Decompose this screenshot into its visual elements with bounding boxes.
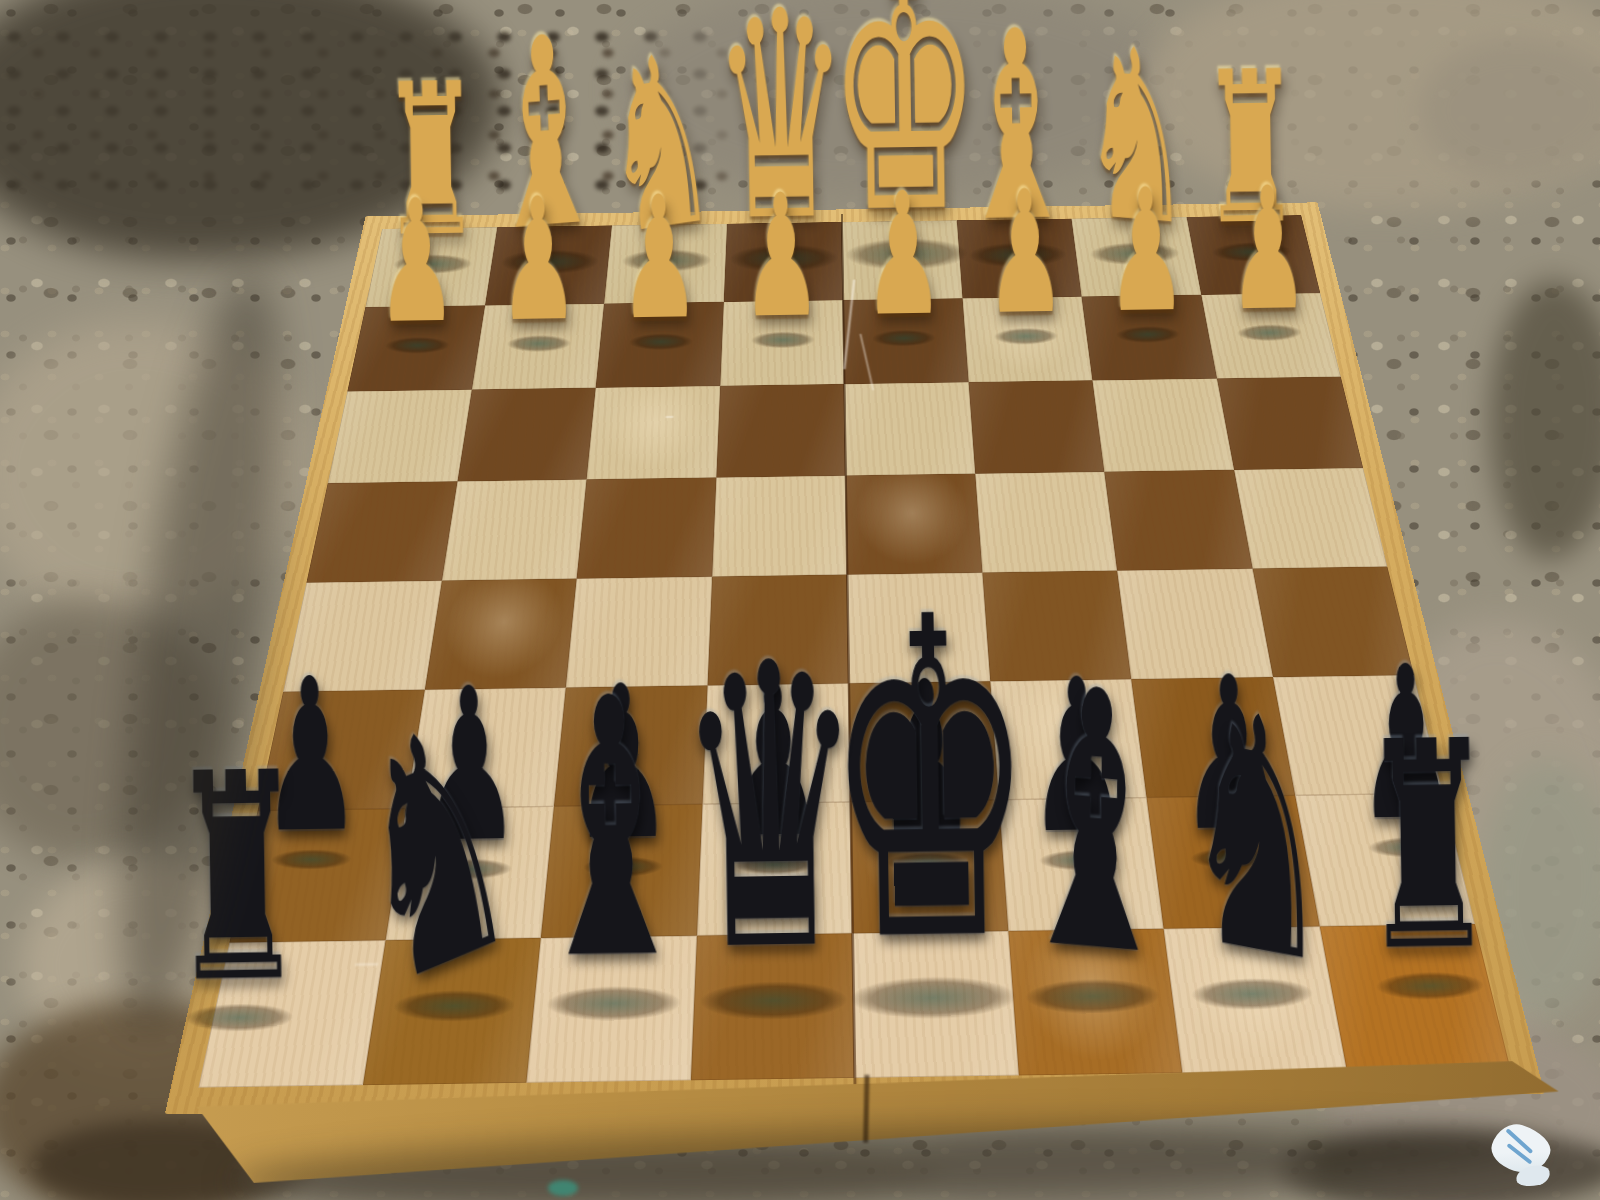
chess-piece-black-knight[interactable]: ♞	[1177, 664, 1342, 1012]
felt-scrap	[548, 1180, 578, 1196]
chess-piece-white-pawn[interactable]: ♟	[618, 174, 701, 344]
board-square[interactable]	[968, 380, 1104, 473]
board-square[interactable]	[844, 382, 975, 475]
board-square[interactable]	[1092, 379, 1233, 472]
board-square[interactable]	[306, 481, 457, 583]
paper-scrap-mark	[1505, 1128, 1533, 1154]
chess-piece-black-rook[interactable]: ♜	[1358, 703, 1498, 990]
chess-piece-white-pawn[interactable]: ♟	[862, 170, 945, 340]
scene: { "game": "chess", "scene_description": …	[0, 0, 1600, 1200]
photo-stage: ♚♜♞♝♛♞♝♜♟♟♟♟♟♟♟♟♟♟♟♟♟♟♟♟♜♞♝♚♛♝♞♜	[0, 0, 1600, 1200]
chess-piece-white-pawn[interactable]: ♟	[1105, 167, 1188, 337]
board-square[interactable]	[1234, 468, 1388, 569]
chess-piece-black-bishop[interactable]: ♝	[524, 651, 698, 1009]
board-square[interactable]	[577, 477, 716, 578]
board-square[interactable]	[442, 479, 587, 580]
chess-piece-white-pawn[interactable]: ♟	[496, 176, 579, 346]
board-square[interactable]	[716, 384, 845, 477]
chess-piece-white-pawn[interactable]: ♟	[375, 178, 458, 348]
board-square[interactable]	[457, 388, 596, 481]
scuff-mark	[666, 416, 674, 418]
chess-piece-white-pawn[interactable]: ♟	[740, 172, 823, 342]
board-square[interactable]	[1217, 377, 1363, 470]
chess-piece-white-pawn[interactable]: ♟	[1227, 165, 1310, 335]
board-square[interactable]	[328, 390, 472, 483]
board-square[interactable]	[587, 386, 720, 479]
board-square[interactable]	[1104, 470, 1252, 571]
chess-piece-white-pawn[interactable]: ♟	[983, 169, 1066, 339]
chess-piece-black-queen[interactable]: ♛	[675, 612, 866, 1006]
